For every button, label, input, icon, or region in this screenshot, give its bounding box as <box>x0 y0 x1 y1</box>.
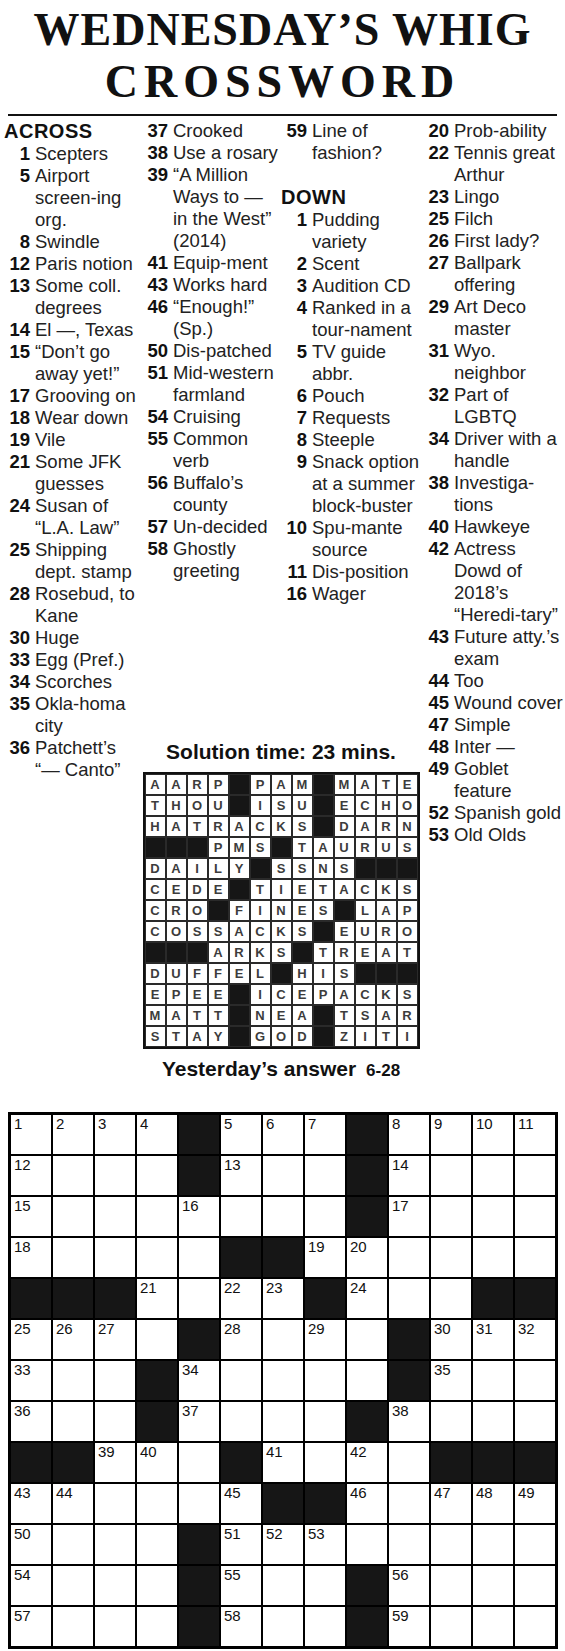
grid-cell[interactable]: 29 <box>304 1319 346 1360</box>
grid-cell[interactable]: 23 <box>262 1278 304 1319</box>
grid-cell[interactable] <box>52 1606 94 1647</box>
grid-cell[interactable] <box>514 1401 556 1442</box>
grid-cell[interactable]: 27 <box>94 1319 136 1360</box>
grid-cell[interactable] <box>346 1319 388 1360</box>
clue: 34Scorches <box>4 671 140 693</box>
grid-cell[interactable] <box>514 1524 556 1565</box>
grid-cell[interactable]: 57 <box>10 1606 52 1647</box>
cell-number: 12 <box>14 1157 31 1173</box>
grid-cell[interactable]: 59 <box>388 1606 430 1647</box>
solution-black-cell <box>229 1005 250 1026</box>
grid-cell[interactable]: 35 <box>430 1360 472 1401</box>
grid-cell[interactable]: 51 <box>220 1524 262 1565</box>
grid-cell[interactable]: 52 <box>262 1524 304 1565</box>
grid-cell[interactable]: 8 <box>388 1114 430 1155</box>
clue-text: Pouch <box>312 385 420 407</box>
clue: 15“Don’t go away yet!” <box>4 341 140 385</box>
clue-text: Art Deco master <box>454 296 563 340</box>
grid-cell[interactable] <box>346 1524 388 1565</box>
grid-cell[interactable]: 46 <box>346 1483 388 1524</box>
clue-number: 55 <box>142 428 173 472</box>
grid-cell[interactable] <box>52 1155 94 1196</box>
grid-cell[interactable] <box>472 1196 514 1237</box>
grid-cell[interactable]: 15 <box>10 1196 52 1237</box>
clue-number: 21 <box>4 451 35 495</box>
grid-cell[interactable]: 13 <box>220 1155 262 1196</box>
black-cell <box>514 1442 556 1483</box>
cell-number: 20 <box>350 1239 367 1255</box>
solution-letter-cell: E <box>208 879 229 900</box>
grid-cell[interactable] <box>472 1237 514 1278</box>
black-cell <box>430 1442 472 1483</box>
clue-text: Common verb <box>173 428 278 472</box>
solution-letter-cell: Y <box>229 858 250 879</box>
grid-cell[interactable]: 4 <box>136 1114 178 1155</box>
grid-cell[interactable]: 14 <box>388 1155 430 1196</box>
solution-black-cell <box>229 984 250 1005</box>
grid-cell[interactable]: 24 <box>346 1278 388 1319</box>
black-cell <box>346 1196 388 1237</box>
grid-cell[interactable] <box>220 1401 262 1442</box>
solution-letter-cell: E <box>229 963 250 984</box>
cell-number: 3 <box>98 1116 106 1132</box>
grid-cell[interactable] <box>304 1565 346 1606</box>
solution-letter-cell: Z <box>334 1026 355 1047</box>
grid-cell[interactable]: 20 <box>346 1237 388 1278</box>
clue-text: Tennis great Arthur <box>454 142 563 186</box>
grid-cell[interactable] <box>94 1524 136 1565</box>
clue-number: 42 <box>423 538 454 626</box>
clue-number: 52 <box>423 802 454 824</box>
grid-cell[interactable] <box>178 1237 220 1278</box>
grid-cell[interactable] <box>94 1483 136 1524</box>
grid-cell[interactable]: 47 <box>430 1483 472 1524</box>
clue: 17Grooving on <box>4 385 140 407</box>
grid-cell[interactable] <box>304 1196 346 1237</box>
grid-cell[interactable] <box>388 1524 430 1565</box>
solution-black-cell <box>313 921 334 942</box>
grid-cell[interactable]: 38 <box>388 1401 430 1442</box>
clue: 25Filch <box>423 208 563 230</box>
solution-letter-cell: C <box>145 921 166 942</box>
solution-black-cell <box>187 942 208 963</box>
solution-letter-cell: E <box>292 879 313 900</box>
solution-letter-cell: P <box>313 984 334 1005</box>
clue-text: Future atty.’s exam <box>454 626 563 670</box>
clue-text: Investiga-tions <box>454 472 563 516</box>
black-cell <box>472 1278 514 1319</box>
grid-cell[interactable] <box>94 1565 136 1606</box>
solution-letter-cell: T <box>397 942 418 963</box>
clue: 11Dis-position <box>281 561 420 583</box>
clue-text: Cruising <box>173 406 278 428</box>
grid-cell[interactable]: 21 <box>136 1278 178 1319</box>
grid-cell[interactable]: 12 <box>10 1155 52 1196</box>
grid-cell[interactable] <box>136 1483 178 1524</box>
grid-cell[interactable]: 43 <box>10 1483 52 1524</box>
clue: 50Dis-patched <box>142 340 278 362</box>
grid-cell[interactable] <box>346 1360 388 1401</box>
grid-cell[interactable] <box>220 1360 262 1401</box>
grid-cell[interactable] <box>514 1565 556 1606</box>
solution-letter-cell: O <box>187 795 208 816</box>
grid-cell[interactable] <box>94 1196 136 1237</box>
solution-letter-cell: D <box>145 858 166 879</box>
grid-cell[interactable]: 49 <box>514 1483 556 1524</box>
grid-cell[interactable]: 9 <box>430 1114 472 1155</box>
solution-letter-cell: E <box>187 984 208 1005</box>
grid-cell[interactable] <box>136 1196 178 1237</box>
black-cell <box>304 1278 346 1319</box>
grid-cell[interactable] <box>514 1196 556 1237</box>
grid-cell[interactable] <box>262 1196 304 1237</box>
grid-cell[interactable] <box>472 1524 514 1565</box>
clue-text: Requests <box>312 407 420 429</box>
grid-cell[interactable]: 2 <box>52 1114 94 1155</box>
grid-cell[interactable] <box>262 1401 304 1442</box>
cell-number: 27 <box>98 1321 115 1337</box>
grid-cell[interactable] <box>52 1196 94 1237</box>
cell-number: 56 <box>392 1567 409 1583</box>
solution-letter-cell: H <box>376 795 397 816</box>
solution-letter-cell: A <box>355 774 376 795</box>
clue: 38Use a rosary <box>142 142 278 164</box>
grid-cell[interactable] <box>262 1565 304 1606</box>
grid-cell[interactable]: 17 <box>388 1196 430 1237</box>
grid-cell[interactable] <box>388 1442 430 1483</box>
solution-letter-cell: P <box>208 837 229 858</box>
solution-letter-cell: I <box>313 963 334 984</box>
clue-text: Wager <box>312 583 420 605</box>
grid-cell[interactable] <box>388 1483 430 1524</box>
grid-cell[interactable]: 5 <box>220 1114 262 1155</box>
solution-letter-cell: D <box>334 816 355 837</box>
grid-cell[interactable] <box>94 1360 136 1401</box>
grid-cell[interactable]: 42 <box>346 1442 388 1483</box>
clue-text: Wyo. neighbor <box>454 340 563 384</box>
grid-cell[interactable]: 11 <box>514 1114 556 1155</box>
clue-number: 36 <box>4 737 35 781</box>
grid-cell[interactable]: 45 <box>220 1483 262 1524</box>
solution-letter-cell: S <box>397 879 418 900</box>
grid-cell[interactable]: 6 <box>262 1114 304 1155</box>
grid-cell[interactable] <box>472 1565 514 1606</box>
clue-text: Inter — <box>454 736 563 758</box>
solution-letter-cell: E <box>355 942 376 963</box>
grid-cell[interactable] <box>514 1360 556 1401</box>
cell-number: 21 <box>140 1280 157 1296</box>
clues-column-across-1: ACROSS1Scepters5Airport screen-ing org.8… <box>4 120 140 781</box>
grid-cell[interactable]: 1 <box>10 1114 52 1155</box>
clue-number: 16 <box>281 583 312 605</box>
grid-cell[interactable] <box>430 1606 472 1647</box>
black-cell <box>346 1401 388 1442</box>
cell-number: 7 <box>308 1116 316 1132</box>
grid-cell[interactable] <box>94 1237 136 1278</box>
clue-number: 18 <box>4 407 35 429</box>
grid-cell[interactable]: 58 <box>220 1606 262 1647</box>
grid-cell[interactable] <box>52 1565 94 1606</box>
clue: 2Scent <box>281 253 420 275</box>
clue: 54Cruising <box>142 406 278 428</box>
grid-cell[interactable]: 19 <box>304 1237 346 1278</box>
cell-number: 8 <box>392 1116 400 1132</box>
grid-cell[interactable]: 34 <box>178 1360 220 1401</box>
solution-letter-cell: S <box>208 921 229 942</box>
solution-letter-cell: A <box>166 1005 187 1026</box>
clue-number: 4 <box>281 297 312 341</box>
solution-letter-cell: T <box>313 879 334 900</box>
grid-cell[interactable] <box>178 1483 220 1524</box>
clue: 6Pouch <box>281 385 420 407</box>
grid-cell[interactable] <box>52 1360 94 1401</box>
clue-number: 12 <box>4 253 35 275</box>
grid-cell[interactable]: 28 <box>220 1319 262 1360</box>
grid-cell[interactable] <box>136 1565 178 1606</box>
clue-number: 5 <box>4 165 35 231</box>
clue-text: Ballpark offering <box>454 252 563 296</box>
grid-cell[interactable] <box>304 1360 346 1401</box>
clue-number: 38 <box>142 142 173 164</box>
solution-letter-cell: A <box>313 837 334 858</box>
solution-letter-cell: A <box>334 984 355 1005</box>
grid-cell[interactable]: 48 <box>472 1483 514 1524</box>
cell-number: 53 <box>308 1526 325 1542</box>
grid-cell[interactable] <box>262 1155 304 1196</box>
solution-letter-cell: E <box>334 795 355 816</box>
solution-black-cell <box>376 963 397 984</box>
solution-letter-cell: D <box>145 963 166 984</box>
grid-cell[interactable]: 10 <box>472 1114 514 1155</box>
clue-text: Pudding variety <box>312 209 420 253</box>
grid-cell[interactable]: 3 <box>94 1114 136 1155</box>
grid-cell[interactable] <box>430 1278 472 1319</box>
grid-cell[interactable]: 26 <box>52 1319 94 1360</box>
cell-number: 1 <box>14 1116 22 1132</box>
clue-text: First lady? <box>454 230 563 252</box>
solution-black-cell <box>334 900 355 921</box>
solution-letter-cell: T <box>376 1026 397 1047</box>
grid-cell[interactable]: 40 <box>136 1442 178 1483</box>
cell-number: 40 <box>140 1444 157 1460</box>
solution-letter-cell: M <box>292 774 313 795</box>
grid-cell[interactable]: 36 <box>10 1401 52 1442</box>
grid-cell[interactable] <box>304 1606 346 1647</box>
solution-letter-cell: N <box>397 816 418 837</box>
grid-cell[interactable] <box>136 1524 178 1565</box>
grid-cell[interactable]: 39 <box>94 1442 136 1483</box>
grid-cell[interactable]: 32 <box>514 1319 556 1360</box>
solution-letter-cell: P <box>166 984 187 1005</box>
clue: 39“A Million Ways to — in the West” (201… <box>142 164 278 252</box>
black-cell <box>388 1360 430 1401</box>
grid-cell[interactable]: 37 <box>178 1401 220 1442</box>
clue: 8Steeple <box>281 429 420 451</box>
grid-cell[interactable] <box>262 1319 304 1360</box>
grid-cell[interactable] <box>304 1442 346 1483</box>
clue-gap <box>281 164 420 186</box>
grid-cell[interactable]: 53 <box>304 1524 346 1565</box>
grid-cell[interactable] <box>472 1401 514 1442</box>
cell-number: 48 <box>476 1485 493 1501</box>
clue: 42Actress Dowd of 2018’s “Heredi-tary” <box>423 538 563 626</box>
clue-text: Ranked in a tour-nament <box>312 297 420 341</box>
solution-letter-cell: S <box>292 816 313 837</box>
cell-number: 13 <box>224 1157 241 1173</box>
clue-number: 58 <box>142 538 173 582</box>
grid-cell[interactable] <box>52 1237 94 1278</box>
solution-letter-cell: K <box>250 942 271 963</box>
grid-cell[interactable]: 56 <box>388 1565 430 1606</box>
grid-cell[interactable] <box>52 1401 94 1442</box>
solution-black-cell <box>376 858 397 879</box>
cell-number: 39 <box>98 1444 115 1460</box>
grid-cell[interactable] <box>178 1442 220 1483</box>
grid-cell[interactable] <box>136 1319 178 1360</box>
clue-text: Lingo <box>454 186 563 208</box>
clue-text: Audition CD <box>312 275 420 297</box>
clue-number: 43 <box>142 274 173 296</box>
solution-letter-cell: A <box>376 1005 397 1026</box>
grid-cell[interactable] <box>136 1237 178 1278</box>
clue-number: 40 <box>423 516 454 538</box>
grid-cell[interactable] <box>94 1401 136 1442</box>
solution-letter-cell: G <box>250 1026 271 1047</box>
clue-text: “Enough!” (Sp.) <box>173 296 278 340</box>
clue: 18Wear down <box>4 407 140 429</box>
grid-cell[interactable]: 30 <box>430 1319 472 1360</box>
black-cell <box>346 1606 388 1647</box>
clue-text: Works hard <box>173 274 278 296</box>
black-cell <box>178 1319 220 1360</box>
clue: 46“Enough!” (Sp.) <box>142 296 278 340</box>
grid-cell[interactable]: 22 <box>220 1278 262 1319</box>
clue: 58Ghostly greeting <box>142 538 278 582</box>
grid-cell[interactable] <box>430 1155 472 1196</box>
solution-letter-cell: U <box>166 963 187 984</box>
solution-letter-cell: D <box>187 879 208 900</box>
grid-cell[interactable] <box>430 1524 472 1565</box>
grid-cell[interactable] <box>430 1237 472 1278</box>
grid-cell[interactable]: 7 <box>304 1114 346 1155</box>
grid-cell[interactable] <box>472 1606 514 1647</box>
grid-cell[interactable] <box>514 1606 556 1647</box>
grid-cell[interactable] <box>220 1196 262 1237</box>
solution-date-code: 6-28 <box>366 1061 400 1080</box>
grid-cell[interactable]: 55 <box>220 1565 262 1606</box>
clue: 26First lady? <box>423 230 563 252</box>
grid-cell[interactable] <box>136 1155 178 1196</box>
grid-cell[interactable] <box>514 1155 556 1196</box>
clues-column-across-2: 37Crooked38Use a rosary39“A Million Ways… <box>142 120 278 582</box>
grid-cell[interactable]: 16 <box>178 1196 220 1237</box>
clue: 30Huge <box>4 627 140 649</box>
clue: 1Scepters <box>4 143 140 165</box>
clue: 33Egg (Pref.) <box>4 649 140 671</box>
solution-letter-cell: O <box>397 921 418 942</box>
grid-cell[interactable] <box>304 1401 346 1442</box>
solution-black-cell <box>355 858 376 879</box>
clue-text: Use a rosary <box>173 142 278 164</box>
solution-letter-cell: S <box>397 984 418 1005</box>
grid-cell[interactable] <box>430 1401 472 1442</box>
grid-cell[interactable] <box>430 1196 472 1237</box>
grid-cell[interactable]: 54 <box>10 1565 52 1606</box>
black-cell <box>10 1442 52 1483</box>
grid-cell[interactable] <box>178 1278 220 1319</box>
clue: 16Wager <box>281 583 420 605</box>
solution-letter-cell: K <box>376 879 397 900</box>
clue-list-header: ACROSS <box>4 120 140 142</box>
solution-letter-cell: N <box>271 900 292 921</box>
grid-cell[interactable] <box>430 1565 472 1606</box>
grid-cell[interactable] <box>388 1278 430 1319</box>
cell-number: 26 <box>56 1321 73 1337</box>
grid-cell[interactable]: 50 <box>10 1524 52 1565</box>
grid-cell[interactable] <box>94 1155 136 1196</box>
solution-letter-cell: S <box>334 858 355 879</box>
grid-cell[interactable]: 44 <box>52 1483 94 1524</box>
grid-cell[interactable] <box>262 1606 304 1647</box>
clue-number: 38 <box>423 472 454 516</box>
grid-cell[interactable] <box>514 1237 556 1278</box>
grid-cell[interactable] <box>94 1606 136 1647</box>
cell-number: 22 <box>224 1280 241 1296</box>
solution-black-cell <box>355 963 376 984</box>
clue-number: 46 <box>142 296 173 340</box>
grid-cell[interactable]: 31 <box>472 1319 514 1360</box>
clue-text: Driver with a handle <box>454 428 563 472</box>
clue-number: 27 <box>423 252 454 296</box>
solution-black-cell <box>187 837 208 858</box>
grid-cell[interactable] <box>136 1606 178 1647</box>
clue-text: Filch <box>454 208 563 230</box>
grid-cell[interactable] <box>388 1237 430 1278</box>
clue: 40Hawkeye <box>423 516 563 538</box>
solution-letter-cell: A <box>229 816 250 837</box>
clue: 43Works hard <box>142 274 278 296</box>
solution-letter-cell: R <box>208 816 229 837</box>
clue-number: 22 <box>423 142 454 186</box>
solution-letter-cell: T <box>313 942 334 963</box>
clue-number: 44 <box>423 670 454 692</box>
clue-number: 41 <box>142 252 173 274</box>
grid-cell[interactable] <box>52 1524 94 1565</box>
grid-cell[interactable]: 25 <box>10 1319 52 1360</box>
solution-letter-cell: E <box>397 774 418 795</box>
clue: 24Susan of “L.A. Law” <box>4 495 140 539</box>
grid-cell[interactable]: 18 <box>10 1237 52 1278</box>
grid-cell[interactable]: 33 <box>10 1360 52 1401</box>
black-cell <box>178 1524 220 1565</box>
solution-black-cell <box>145 837 166 858</box>
grid-cell[interactable] <box>304 1155 346 1196</box>
clue-number: 29 <box>423 296 454 340</box>
clue-text: Airport screen-ing org. <box>35 165 140 231</box>
solution-letter-cell: P <box>208 774 229 795</box>
grid-cell[interactable] <box>472 1360 514 1401</box>
solution-letter-cell: S <box>271 795 292 816</box>
grid-cell[interactable] <box>472 1155 514 1196</box>
grid-cell[interactable]: 41 <box>262 1442 304 1483</box>
clue: 8Swindle <box>4 231 140 253</box>
solution-letter-cell: T <box>376 774 397 795</box>
solution-letter-cell: E <box>208 984 229 1005</box>
clue-text: Some JFK guesses <box>35 451 140 495</box>
cell-number: 36 <box>14 1403 31 1419</box>
grid-cell[interactable] <box>262 1360 304 1401</box>
clue-text: Un-decided <box>173 516 278 538</box>
